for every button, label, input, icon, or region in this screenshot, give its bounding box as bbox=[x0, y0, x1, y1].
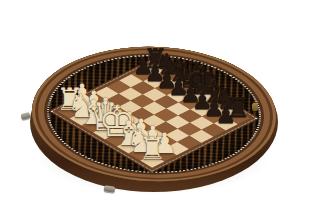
board-plane: ♜♞♝♛♚♝♞♜♟♟♟♟♟♟♟♟♟♟♟♟♟♟♟♟♜♞♝♛♚♝♞♜ bbox=[0, 19, 320, 209]
metal-clasp-right bbox=[252, 103, 258, 111]
white-rook-glyph: ♜ bbox=[122, 133, 182, 164]
chess-set-photo: ♜♞♝♛♚♝♞♜♟♟♟♟♟♟♟♟♟♟♟♟♟♟♟♟♜♞♝♛♚♝♞♜ bbox=[0, 0, 320, 214]
square-h1[interactable]: ♜ bbox=[140, 154, 164, 167]
